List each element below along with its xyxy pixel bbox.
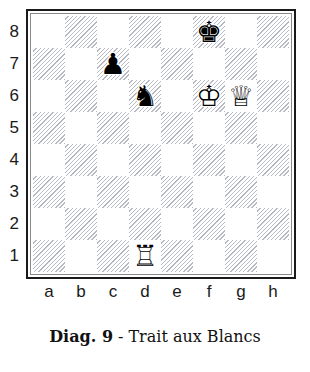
square-a7 [33, 48, 65, 80]
square-f5 [193, 112, 225, 144]
square-c8 [97, 16, 129, 48]
square-f2 [193, 208, 225, 240]
square-d1: ♜♖ [129, 240, 161, 272]
square-e8 [161, 16, 193, 48]
square-g4 [225, 144, 257, 176]
square-f4 [193, 144, 225, 176]
board-outer-border: ♚♚♟♟♞♞♚♔♛♕♜♖ [26, 9, 296, 279]
file-label-f: f [193, 282, 225, 302]
square-c2 [97, 208, 129, 240]
chess-diagram-page: 87654321 ♚♚♟♟♞♞♚♔♛♕♜♖ abcdefgh Diag. 9 -… [0, 0, 310, 372]
square-g8 [225, 16, 257, 48]
square-f1 [193, 240, 225, 272]
board-inner-border: ♚♚♟♟♞♞♚♔♛♕♜♖ [30, 13, 292, 275]
square-a8 [33, 16, 65, 48]
square-e6 [161, 80, 193, 112]
square-c6 [97, 80, 129, 112]
square-a4 [33, 144, 65, 176]
square-g1 [225, 240, 257, 272]
piece-white-queen-g6: ♕ [225, 80, 257, 112]
square-b3 [65, 176, 97, 208]
square-b8 [65, 16, 97, 48]
square-g7 [225, 48, 257, 80]
square-e4 [161, 144, 193, 176]
piece-backing-g6: ♛ [225, 80, 257, 112]
piece-black-king-f8: ♚ [193, 16, 225, 48]
piece-white-rook-d1: ♖ [129, 240, 161, 272]
square-f8: ♚♚ [193, 16, 225, 48]
caption-diagram-number: Diag. 9 [49, 327, 113, 346]
piece-black-knight-d6: ♞ [129, 80, 161, 112]
square-f7 [193, 48, 225, 80]
square-h5 [257, 112, 289, 144]
square-g6: ♛♕ [225, 80, 257, 112]
square-f3 [193, 176, 225, 208]
square-d2 [129, 208, 161, 240]
caption-separator: - [118, 327, 123, 346]
square-c4 [97, 144, 129, 176]
rank-label-4: 4 [0, 144, 26, 176]
square-h6 [257, 80, 289, 112]
square-h3 [257, 176, 289, 208]
piece-black-pawn-c7: ♟ [97, 48, 129, 80]
file-label-g: g [225, 282, 257, 302]
file-label-a: a [33, 282, 65, 302]
diagram-row: 87654321 ♚♚♟♟♞♞♚♔♛♕♜♖ [0, 0, 310, 279]
rank-label-8: 8 [0, 16, 26, 48]
square-a1 [33, 240, 65, 272]
square-f6: ♚♔ [193, 80, 225, 112]
square-h8 [257, 16, 289, 48]
square-c5 [97, 112, 129, 144]
square-b7 [65, 48, 97, 80]
square-e1 [161, 240, 193, 272]
rank-label-2: 2 [0, 208, 26, 240]
square-h1 [257, 240, 289, 272]
piece-backing-f6: ♚ [193, 80, 225, 112]
piece-backing-d1: ♜ [129, 240, 161, 272]
square-a3 [33, 176, 65, 208]
square-g2 [225, 208, 257, 240]
file-label-h: h [257, 282, 289, 302]
file-labels: abcdefgh [33, 282, 310, 302]
square-c1 [97, 240, 129, 272]
square-d5 [129, 112, 161, 144]
file-label-b: b [65, 282, 97, 302]
piece-backing-c7: ♟ [97, 48, 129, 80]
piece-white-king-f6: ♔ [193, 80, 225, 112]
piece-backing-f8: ♚ [193, 16, 225, 48]
rank-label-1: 1 [0, 240, 26, 272]
rank-labels: 87654321 [0, 9, 26, 272]
square-b2 [65, 208, 97, 240]
file-label-e: e [161, 282, 193, 302]
rank-label-3: 3 [0, 176, 26, 208]
square-b1 [65, 240, 97, 272]
square-e7 [161, 48, 193, 80]
square-b4 [65, 144, 97, 176]
caption-side-to-move: Trait aux Blancs [128, 327, 260, 346]
square-d7 [129, 48, 161, 80]
square-a5 [33, 112, 65, 144]
square-d4 [129, 144, 161, 176]
square-d3 [129, 176, 161, 208]
square-a2 [33, 208, 65, 240]
square-d8 [129, 16, 161, 48]
square-c7: ♟♟ [97, 48, 129, 80]
file-label-c: c [97, 282, 129, 302]
rank-label-7: 7 [0, 48, 26, 80]
square-h7 [257, 48, 289, 80]
file-label-d: d [129, 282, 161, 302]
square-a6 [33, 80, 65, 112]
square-c3 [97, 176, 129, 208]
square-e5 [161, 112, 193, 144]
rank-label-5: 5 [0, 112, 26, 144]
square-g3 [225, 176, 257, 208]
square-h4 [257, 144, 289, 176]
board: ♚♚♟♟♞♞♚♔♛♕♜♖ [33, 16, 289, 272]
square-g5 [225, 112, 257, 144]
square-h2 [257, 208, 289, 240]
square-e2 [161, 208, 193, 240]
square-b6 [65, 80, 97, 112]
square-e3 [161, 176, 193, 208]
piece-backing-d6: ♞ [129, 80, 161, 112]
rank-label-6: 6 [0, 80, 26, 112]
caption: Diag. 9 - Trait aux Blancs [0, 327, 310, 346]
square-d6: ♞♞ [129, 80, 161, 112]
square-b5 [65, 112, 97, 144]
